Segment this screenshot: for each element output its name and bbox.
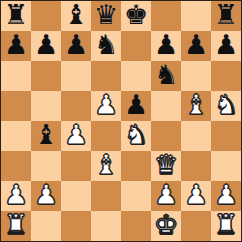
square-a4[interactable]	[1, 121, 31, 151]
square-d7[interactable]: ♞	[91, 31, 121, 61]
square-h4[interactable]	[211, 121, 241, 151]
square-g5[interactable]: ♝	[181, 91, 211, 121]
square-g8[interactable]	[181, 1, 211, 31]
piece-white-pawn: ♟	[154, 181, 178, 210]
piece-black-pawn: ♟	[34, 31, 58, 60]
piece-white-pawn: ♟	[214, 181, 238, 210]
square-f5[interactable]	[151, 91, 181, 121]
square-e5[interactable]: ♟	[121, 91, 151, 121]
square-b2[interactable]: ♟	[31, 181, 61, 211]
square-h6[interactable]	[211, 61, 241, 91]
piece-white-pawn: ♟	[4, 181, 28, 210]
square-d6[interactable]	[91, 61, 121, 91]
piece-white-bishop: ♝	[184, 91, 208, 120]
piece-white-rook: ♜	[214, 211, 238, 240]
square-d8[interactable]: ♛	[91, 1, 121, 31]
square-d2[interactable]	[91, 181, 121, 211]
square-e8[interactable]: ♚	[121, 1, 151, 31]
square-c1[interactable]	[61, 211, 91, 241]
square-d4[interactable]	[91, 121, 121, 151]
square-f6[interactable]: ♞	[151, 61, 181, 91]
piece-white-queen: ♛	[154, 151, 178, 180]
square-f3[interactable]: ♛	[151, 151, 181, 181]
piece-black-pawn: ♟	[124, 91, 148, 120]
square-a3[interactable]	[1, 151, 31, 181]
square-h8[interactable]: ♜	[211, 1, 241, 31]
square-e1[interactable]	[121, 211, 151, 241]
square-b1[interactable]	[31, 211, 61, 241]
square-c2[interactable]	[61, 181, 91, 211]
square-e3[interactable]	[121, 151, 151, 181]
square-b3[interactable]	[31, 151, 61, 181]
piece-white-pawn: ♟	[184, 181, 208, 210]
square-g4[interactable]	[181, 121, 211, 151]
square-a1[interactable]: ♜	[1, 211, 31, 241]
square-g6[interactable]	[181, 61, 211, 91]
piece-white-knight: ♞	[124, 121, 148, 150]
piece-white-rook: ♜	[4, 211, 28, 240]
square-d5[interactable]: ♟	[91, 91, 121, 121]
piece-black-pawn: ♟	[214, 31, 238, 60]
piece-white-pawn: ♟	[94, 91, 118, 120]
square-b8[interactable]	[31, 1, 61, 31]
square-g1[interactable]	[181, 211, 211, 241]
square-a7[interactable]: ♟	[1, 31, 31, 61]
square-f1[interactable]: ♚	[151, 211, 181, 241]
chess-board-frame: ♜♝♛♚♜♟♟♟♞♟♟♟♞♟♟♝♞♝♟♞♝♛♟♟♟♟♟♜♚♜	[0, 0, 242, 242]
piece-black-pawn: ♟	[154, 31, 178, 60]
piece-black-queen: ♛	[94, 1, 118, 30]
square-h1[interactable]: ♜	[211, 211, 241, 241]
square-a2[interactable]: ♟	[1, 181, 31, 211]
piece-black-bishop: ♝	[34, 121, 58, 150]
square-c5[interactable]	[61, 91, 91, 121]
square-a8[interactable]: ♜	[1, 1, 31, 31]
square-c7[interactable]: ♟	[61, 31, 91, 61]
piece-black-bishop: ♝	[64, 1, 88, 30]
square-c4[interactable]: ♟	[61, 121, 91, 151]
square-b6[interactable]	[31, 61, 61, 91]
chess-board: ♜♝♛♚♜♟♟♟♞♟♟♟♞♟♟♝♞♝♟♞♝♛♟♟♟♟♟♜♚♜	[1, 1, 241, 241]
piece-white-knight: ♞	[214, 91, 238, 120]
piece-white-pawn: ♟	[64, 121, 88, 150]
piece-white-bishop: ♝	[94, 151, 118, 180]
square-d3[interactable]: ♝	[91, 151, 121, 181]
piece-black-king: ♚	[124, 1, 148, 30]
piece-white-pawn: ♟	[34, 181, 58, 210]
square-h2[interactable]: ♟	[211, 181, 241, 211]
square-f7[interactable]: ♟	[151, 31, 181, 61]
piece-black-knight: ♞	[94, 31, 118, 60]
square-e2[interactable]	[121, 181, 151, 211]
piece-black-pawn: ♟	[4, 31, 28, 60]
square-b7[interactable]: ♟	[31, 31, 61, 61]
piece-black-pawn: ♟	[64, 31, 88, 60]
square-b4[interactable]: ♝	[31, 121, 61, 151]
square-e6[interactable]	[121, 61, 151, 91]
square-f4[interactable]	[151, 121, 181, 151]
square-h5[interactable]: ♞	[211, 91, 241, 121]
square-d1[interactable]	[91, 211, 121, 241]
square-h7[interactable]: ♟	[211, 31, 241, 61]
square-e7[interactable]	[121, 31, 151, 61]
square-c8[interactable]: ♝	[61, 1, 91, 31]
square-c3[interactable]	[61, 151, 91, 181]
piece-black-pawn: ♟	[184, 31, 208, 60]
square-a5[interactable]	[1, 91, 31, 121]
square-g3[interactable]	[181, 151, 211, 181]
piece-black-knight: ♞	[154, 61, 178, 90]
square-c6[interactable]	[61, 61, 91, 91]
square-f2[interactable]: ♟	[151, 181, 181, 211]
piece-white-king: ♚	[154, 211, 178, 240]
square-g7[interactable]: ♟	[181, 31, 211, 61]
piece-black-rook: ♜	[4, 1, 28, 30]
square-b5[interactable]	[31, 91, 61, 121]
square-g2[interactable]: ♟	[181, 181, 211, 211]
square-h3[interactable]	[211, 151, 241, 181]
piece-black-rook: ♜	[214, 1, 238, 30]
square-f8[interactable]	[151, 1, 181, 31]
square-a6[interactable]	[1, 61, 31, 91]
square-e4[interactable]: ♞	[121, 121, 151, 151]
